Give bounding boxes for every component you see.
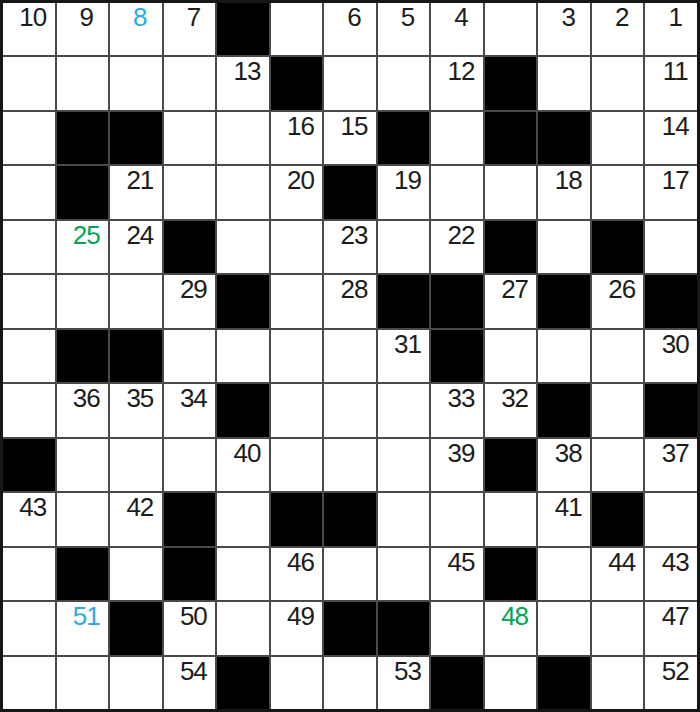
grid-cell[interactable] — [164, 57, 216, 109]
grid-cell[interactable] — [110, 57, 162, 109]
clue-number: 4 — [435, 4, 483, 31]
blocked-cell — [57, 166, 109, 218]
grid-cell[interactable] — [3, 112, 55, 164]
grid-cell[interactable] — [3, 166, 55, 218]
grid-cell[interactable] — [164, 166, 216, 218]
grid-cell[interactable] — [592, 330, 644, 382]
grid-cell[interactable] — [57, 657, 109, 709]
grid-cell[interactable]: 28 — [324, 275, 376, 327]
grid-cell[interactable] — [3, 548, 55, 600]
clue-number: 31 — [382, 331, 430, 358]
clue-number: 43 — [7, 494, 55, 521]
grid-cell[interactable] — [431, 493, 483, 545]
grid-cell[interactable]: 4 — [431, 3, 483, 55]
clue-number: 38 — [542, 440, 590, 467]
clue-number: 30 — [649, 331, 697, 358]
grid-cell[interactable] — [485, 493, 537, 545]
grid-cell[interactable] — [3, 602, 55, 654]
grid-cell[interactable] — [538, 221, 590, 273]
clue-number: 27 — [489, 276, 537, 303]
grid-cell[interactable] — [271, 330, 323, 382]
grid-cell[interactable]: 38 — [538, 439, 590, 491]
blocked-cell — [485, 439, 537, 491]
grid-cell[interactable] — [431, 112, 483, 164]
blocked-cell — [57, 548, 109, 600]
grid-cell[interactable]: 17 — [645, 166, 697, 218]
grid-cell[interactable]: 44 — [592, 548, 644, 600]
grid-cell[interactable]: 6 — [324, 3, 376, 55]
grid-cell[interactable]: 11 — [645, 57, 697, 109]
grid-cell[interactable]: 50 — [164, 602, 216, 654]
grid-cell[interactable] — [217, 221, 269, 273]
blocked-cell — [538, 657, 590, 709]
blocked-cell — [217, 275, 269, 327]
blocked-cell — [324, 493, 376, 545]
clue-number: 5 — [382, 4, 430, 31]
grid-cell[interactable]: 46 — [271, 548, 323, 600]
grid-cell[interactable]: 43 — [645, 548, 697, 600]
clue-number: 3 — [542, 4, 590, 31]
grid-cell[interactable] — [217, 166, 269, 218]
grid-cell[interactable]: 22 — [431, 221, 483, 273]
clue-number: 35 — [114, 385, 162, 412]
clue-number: 36 — [61, 385, 109, 412]
clue-number: 25 — [61, 222, 109, 249]
blocked-cell — [431, 330, 483, 382]
clue-number: 40 — [221, 440, 269, 467]
grid-cell[interactable] — [271, 657, 323, 709]
clue-number: 41 — [542, 494, 590, 521]
clue-number: 8 — [114, 4, 162, 31]
grid-cell[interactable]: 14 — [645, 112, 697, 164]
grid-cell[interactable]: 16 — [271, 112, 323, 164]
grid-cell[interactable]: 25 — [57, 221, 109, 273]
blocked-cell — [378, 112, 430, 164]
clue-number: 19 — [382, 167, 430, 194]
clue-number: 13 — [221, 58, 269, 85]
blocked-cell — [57, 112, 109, 164]
grid-cell[interactable]: 18 — [538, 166, 590, 218]
grid-cell[interactable]: 32 — [485, 384, 537, 436]
clue-number: 2 — [596, 4, 644, 31]
grid-cell[interactable]: 47 — [645, 602, 697, 654]
clue-number: 51 — [61, 603, 109, 630]
clue-number: 47 — [649, 603, 697, 630]
clue-number: 44 — [596, 549, 644, 576]
grid-cell[interactable]: 49 — [271, 602, 323, 654]
grid-cell[interactable]: 30 — [645, 330, 697, 382]
grid-cell[interactable]: 52 — [645, 657, 697, 709]
blocked-cell — [57, 330, 109, 382]
clue-number: 42 — [114, 494, 162, 521]
grid-cell[interactable]: 39 — [431, 439, 483, 491]
grid-cell[interactable] — [217, 112, 269, 164]
clue-number: 20 — [275, 167, 323, 194]
grid-cell[interactable] — [538, 57, 590, 109]
blocked-cell — [485, 112, 537, 164]
clue-number: 9 — [61, 4, 109, 31]
blocked-cell — [538, 384, 590, 436]
grid-cell[interactable] — [378, 493, 430, 545]
clue-number: 28 — [328, 276, 376, 303]
clue-number: 23 — [328, 222, 376, 249]
blocked-cell — [592, 221, 644, 273]
grid-cell[interactable]: 54 — [164, 657, 216, 709]
grid-cell[interactable]: 42 — [110, 493, 162, 545]
grid-cell[interactable] — [164, 439, 216, 491]
grid-cell[interactable]: 21 — [110, 166, 162, 218]
grid-cell[interactable] — [324, 57, 376, 109]
clue-number: 1 — [649, 4, 697, 31]
grid-cell[interactable]: 19 — [378, 166, 430, 218]
blocked-cell — [164, 493, 216, 545]
blocked-cell — [324, 602, 376, 654]
grid-cell[interactable]: 48 — [485, 602, 537, 654]
clue-number: 48 — [489, 603, 537, 630]
grid-cell[interactable] — [538, 548, 590, 600]
grid-cell[interactable]: 40 — [217, 439, 269, 491]
blocked-cell — [645, 275, 697, 327]
blocked-cell — [592, 493, 644, 545]
grid-cell[interactable]: 24 — [110, 221, 162, 273]
grid-cell[interactable]: 13 — [217, 57, 269, 109]
grid-cell[interactable] — [378, 548, 430, 600]
grid-cell[interactable] — [217, 548, 269, 600]
grid-cell[interactable]: 10 — [3, 3, 55, 55]
grid-cell[interactable] — [271, 384, 323, 436]
grid-cell[interactable] — [3, 275, 55, 327]
blocked-cell — [271, 493, 323, 545]
crossword-grid: 1098765432113121116151421201918172524232… — [0, 0, 700, 712]
grid-cell[interactable] — [57, 493, 109, 545]
grid-cell[interactable] — [110, 275, 162, 327]
grid-cell[interactable] — [324, 384, 376, 436]
grid-cell[interactable]: 7 — [164, 3, 216, 55]
clue-number: 12 — [435, 58, 483, 85]
grid-cell[interactable]: 15 — [324, 112, 376, 164]
clue-number: 52 — [649, 658, 697, 685]
grid-cell[interactable] — [271, 439, 323, 491]
grid-cell[interactable] — [271, 275, 323, 327]
grid-cell[interactable] — [324, 548, 376, 600]
blocked-cell — [485, 57, 537, 109]
grid-cell[interactable]: 34 — [164, 384, 216, 436]
blocked-cell — [378, 602, 430, 654]
grid-cell[interactable] — [3, 657, 55, 709]
grid-cell[interactable] — [324, 657, 376, 709]
grid-cell[interactable] — [3, 57, 55, 109]
grid-cell[interactable] — [271, 3, 323, 55]
grid-cell[interactable] — [110, 439, 162, 491]
grid-cell[interactable] — [431, 166, 483, 218]
grid-cell[interactable] — [538, 330, 590, 382]
grid-cell[interactable]: 41 — [538, 493, 590, 545]
grid-cell[interactable]: 29 — [164, 275, 216, 327]
blocked-cell — [645, 384, 697, 436]
grid-cell[interactable] — [592, 57, 644, 109]
grid-cell[interactable]: 51 — [57, 602, 109, 654]
grid-cell[interactable] — [645, 221, 697, 273]
clue-number: 7 — [168, 4, 216, 31]
grid-cell[interactable] — [57, 275, 109, 327]
grid-cell[interactable]: 33 — [431, 384, 483, 436]
blocked-cell — [538, 275, 590, 327]
blocked-cell — [217, 384, 269, 436]
clue-number: 53 — [382, 658, 430, 685]
blocked-cell — [164, 548, 216, 600]
clue-number: 29 — [168, 276, 216, 303]
blocked-cell — [538, 112, 590, 164]
clue-number: 39 — [435, 440, 483, 467]
grid-cell[interactable] — [485, 3, 537, 55]
clue-number: 43 — [649, 549, 697, 576]
clue-number: 24 — [114, 222, 162, 249]
blocked-cell — [3, 439, 55, 491]
clue-number: 17 — [649, 167, 697, 194]
grid-cell[interactable]: 3 — [538, 3, 590, 55]
grid-cell[interactable] — [485, 657, 537, 709]
blocked-cell — [271, 57, 323, 109]
grid-cell[interactable] — [110, 548, 162, 600]
grid-cell[interactable]: 20 — [271, 166, 323, 218]
crossword-page: 1098765432113121116151421201918172524232… — [0, 0, 700, 712]
grid-cell[interactable]: 23 — [324, 221, 376, 273]
clue-number: 6 — [328, 4, 376, 31]
blocked-cell — [431, 275, 483, 327]
clue-number: 50 — [168, 603, 216, 630]
clue-number: 14 — [649, 113, 697, 140]
grid-cell[interactable] — [485, 166, 537, 218]
grid-cell[interactable] — [324, 330, 376, 382]
grid-cell[interactable] — [592, 602, 644, 654]
blocked-cell — [485, 548, 537, 600]
grid-cell[interactable]: 9 — [57, 3, 109, 55]
grid-cell[interactable] — [538, 602, 590, 654]
clue-number: 45 — [435, 549, 483, 576]
clue-number: 18 — [542, 167, 590, 194]
grid-cell[interactable]: 26 — [592, 275, 644, 327]
grid-cell[interactable] — [378, 57, 430, 109]
grid-cell[interactable] — [645, 493, 697, 545]
grid-cell[interactable] — [324, 439, 376, 491]
blocked-cell — [110, 602, 162, 654]
grid-cell[interactable] — [592, 166, 644, 218]
clue-number: 26 — [596, 276, 644, 303]
clue-number: 34 — [168, 385, 216, 412]
clue-number: 46 — [275, 549, 323, 576]
grid-cell[interactable]: 35 — [110, 384, 162, 436]
grid-cell[interactable] — [485, 330, 537, 382]
grid-cell[interactable]: 1 — [645, 3, 697, 55]
grid-cell[interactable] — [378, 221, 430, 273]
grid-cell[interactable]: 37 — [645, 439, 697, 491]
clue-number: 15 — [328, 113, 376, 140]
blocked-cell — [217, 3, 269, 55]
blocked-cell — [378, 275, 430, 327]
grid-cell[interactable] — [3, 330, 55, 382]
grid-cell[interactable] — [164, 112, 216, 164]
grid-cell[interactable] — [217, 493, 269, 545]
grid-cell[interactable] — [57, 439, 109, 491]
grid-cell[interactable] — [431, 602, 483, 654]
clue-number: 49 — [275, 603, 323, 630]
grid-cell[interactable] — [592, 439, 644, 491]
blocked-cell — [485, 221, 537, 273]
grid-cell[interactable] — [3, 384, 55, 436]
grid-cell[interactable] — [217, 602, 269, 654]
clue-number: 33 — [435, 385, 483, 412]
blocked-cell — [164, 221, 216, 273]
clue-number: 16 — [275, 113, 323, 140]
blocked-cell — [217, 657, 269, 709]
grid-cell[interactable]: 53 — [378, 657, 430, 709]
clue-number: 32 — [489, 385, 537, 412]
grid-cell[interactable]: 12 — [431, 57, 483, 109]
grid-cell[interactable] — [592, 657, 644, 709]
grid-cell[interactable]: 5 — [378, 3, 430, 55]
grid-cell[interactable] — [57, 57, 109, 109]
clue-number: 54 — [168, 658, 216, 685]
grid-cell[interactable]: 43 — [3, 493, 55, 545]
grid-cell[interactable]: 27 — [485, 275, 537, 327]
grid-cell[interactable]: 36 — [57, 384, 109, 436]
grid-cell[interactable] — [378, 384, 430, 436]
clue-number: 11 — [649, 58, 697, 85]
blocked-cell — [110, 112, 162, 164]
clue-number: 22 — [435, 222, 483, 249]
blocked-cell — [324, 166, 376, 218]
grid-cell[interactable]: 31 — [378, 330, 430, 382]
clue-number: 37 — [649, 440, 697, 467]
clue-number: 21 — [114, 167, 162, 194]
grid-cell[interactable]: 45 — [431, 548, 483, 600]
blocked-cell — [431, 657, 483, 709]
grid-cell[interactable] — [271, 221, 323, 273]
grid-cell[interactable] — [592, 384, 644, 436]
blocked-cell — [110, 330, 162, 382]
grid-cell[interactable] — [110, 657, 162, 709]
grid-cell[interactable] — [592, 112, 644, 164]
grid-cell[interactable]: 8 — [110, 3, 162, 55]
clue-number: 10 — [7, 4, 55, 31]
grid-cell[interactable]: 2 — [592, 3, 644, 55]
grid-cell[interactable] — [217, 330, 269, 382]
grid-cell[interactable] — [164, 330, 216, 382]
grid-cell[interactable] — [3, 221, 55, 273]
grid-cell[interactable] — [378, 439, 430, 491]
